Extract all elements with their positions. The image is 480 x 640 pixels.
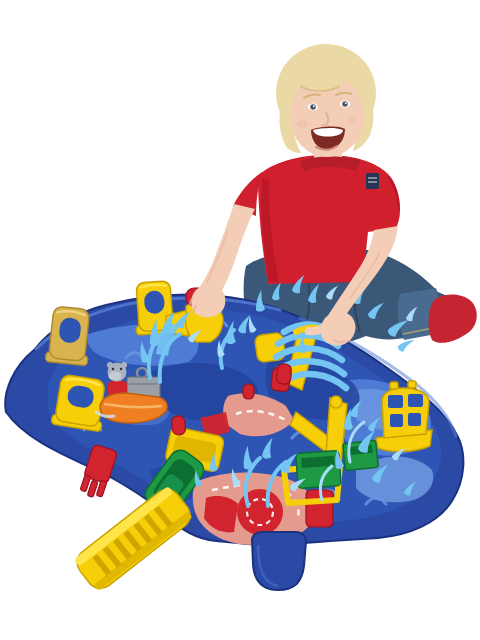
roundabout <box>237 489 283 535</box>
scene-svg <box>0 0 480 640</box>
support-foot <box>252 532 306 590</box>
ladder-ramp <box>72 484 196 594</box>
sluice-gate-back-left <box>45 306 93 366</box>
bollard-2 <box>276 363 292 384</box>
sleeve-tag <box>366 173 379 189</box>
boy-sock <box>428 294 476 342</box>
boy-head <box>276 44 376 157</box>
bollard-3 <box>243 384 254 399</box>
bollard-1 <box>171 415 186 435</box>
product-photo <box>0 0 480 640</box>
